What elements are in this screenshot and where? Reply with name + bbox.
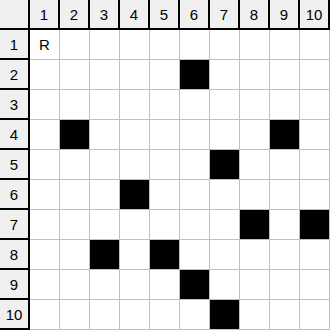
- cell-r9c3[interactable]: [90, 270, 120, 300]
- col-header-1: 1: [30, 0, 60, 30]
- cell-r1c3[interactable]: [90, 30, 120, 60]
- obstacle-cell-r7c10[interactable]: [300, 210, 330, 240]
- cell-r6c2[interactable]: [60, 180, 90, 210]
- cell-r8c4[interactable]: [120, 240, 150, 270]
- cell-r8c8[interactable]: [240, 240, 270, 270]
- obstacle-cell-r7c8[interactable]: [240, 210, 270, 240]
- cell-r3c10[interactable]: [300, 90, 330, 120]
- col-header-4: 4: [120, 0, 150, 30]
- cell-r2c7[interactable]: [210, 60, 240, 90]
- cell-r1c6[interactable]: [180, 30, 210, 60]
- cell-r7c5[interactable]: [150, 210, 180, 240]
- cell-r3c8[interactable]: [240, 90, 270, 120]
- cell-r5c4[interactable]: [120, 150, 150, 180]
- col-header-5: 5: [150, 0, 180, 30]
- cell-r2c5[interactable]: [150, 60, 180, 90]
- cell-r10c8[interactable]: [240, 300, 270, 330]
- cell-r1c9[interactable]: [270, 30, 300, 60]
- cell-r5c6[interactable]: [180, 150, 210, 180]
- cell-r4c1[interactable]: [30, 120, 60, 150]
- col-header-3: 3: [90, 0, 120, 30]
- cell-r2c8[interactable]: [240, 60, 270, 90]
- cell-r10c10[interactable]: [300, 300, 330, 330]
- cell-r1c5[interactable]: [150, 30, 180, 60]
- cell-r6c6[interactable]: [180, 180, 210, 210]
- cell-r3c7[interactable]: [210, 90, 240, 120]
- cell-r8c2[interactable]: [60, 240, 90, 270]
- row-header-8: 8: [0, 240, 30, 270]
- cell-r9c2[interactable]: [60, 270, 90, 300]
- cell-r10c6[interactable]: [180, 300, 210, 330]
- cell-r6c5[interactable]: [150, 180, 180, 210]
- cell-r8c7[interactable]: [210, 240, 240, 270]
- cell-r7c1[interactable]: [30, 210, 60, 240]
- obstacle-cell-r8c5[interactable]: [150, 240, 180, 270]
- cell-r3c9[interactable]: [270, 90, 300, 120]
- cell-r8c9[interactable]: [270, 240, 300, 270]
- cell-r8c1[interactable]: [30, 240, 60, 270]
- row-header-6: 6: [0, 180, 30, 210]
- cell-r9c7[interactable]: [210, 270, 240, 300]
- cell-r9c9[interactable]: [270, 270, 300, 300]
- row-header-10: 10: [0, 300, 30, 330]
- cell-r2c1[interactable]: [30, 60, 60, 90]
- cell-r4c4[interactable]: [120, 120, 150, 150]
- cell-r9c4[interactable]: [120, 270, 150, 300]
- cell-r7c9[interactable]: [270, 210, 300, 240]
- cell-r9c8[interactable]: [240, 270, 270, 300]
- cell-r10c4[interactable]: [120, 300, 150, 330]
- obstacle-cell-r8c3[interactable]: [90, 240, 120, 270]
- cell-r1c10[interactable]: [300, 30, 330, 60]
- corner-header-cell: [0, 0, 30, 30]
- cell-r3c3[interactable]: [90, 90, 120, 120]
- cell-r1c4[interactable]: [120, 30, 150, 60]
- cell-r6c1[interactable]: [30, 180, 60, 210]
- row-header-3: 3: [0, 90, 30, 120]
- board-grid: 123456789101R2345678910: [0, 0, 330, 330]
- cell-r4c6[interactable]: [180, 120, 210, 150]
- cell-r5c1[interactable]: [30, 150, 60, 180]
- cell-r6c9[interactable]: [270, 180, 300, 210]
- cell-r8c10[interactable]: [300, 240, 330, 270]
- row-header-9: 9: [0, 270, 30, 300]
- cell-r9c10[interactable]: [300, 270, 330, 300]
- cell-r2c9[interactable]: [270, 60, 300, 90]
- cell-r3c4[interactable]: [120, 90, 150, 120]
- cell-r6c8[interactable]: [240, 180, 270, 210]
- cell-r3c1[interactable]: [30, 90, 60, 120]
- obstacle-cell-r4c2[interactable]: [60, 120, 90, 150]
- col-header-6: 6: [180, 0, 210, 30]
- row-header-5: 5: [0, 150, 30, 180]
- cell-r1c8[interactable]: [240, 30, 270, 60]
- cell-r10c2[interactable]: [60, 300, 90, 330]
- col-header-8: 8: [240, 0, 270, 30]
- cell-r1c2[interactable]: [60, 30, 90, 60]
- cell-r5c10[interactable]: [300, 150, 330, 180]
- cell-r4c7[interactable]: [210, 120, 240, 150]
- obstacle-cell-r2c6[interactable]: [180, 60, 210, 90]
- cell-r3c5[interactable]: [150, 90, 180, 120]
- cell-r10c5[interactable]: [150, 300, 180, 330]
- cell-r6c3[interactable]: [90, 180, 120, 210]
- cell-r2c4[interactable]: [120, 60, 150, 90]
- col-header-9: 9: [270, 0, 300, 30]
- cell-r9c1[interactable]: [30, 270, 60, 300]
- cell-r10c3[interactable]: [90, 300, 120, 330]
- cell-r4c10[interactable]: [300, 120, 330, 150]
- cell-r2c2[interactable]: [60, 60, 90, 90]
- row-header-1: 1: [0, 30, 30, 60]
- cell-r4c3[interactable]: [90, 120, 120, 150]
- cell-r3c6[interactable]: [180, 90, 210, 120]
- obstacle-cell-r10c7[interactable]: [210, 300, 240, 330]
- cell-r5c9[interactable]: [270, 150, 300, 180]
- cell-r4c8[interactable]: [240, 120, 270, 150]
- col-header-10: 10: [300, 0, 330, 30]
- col-header-7: 7: [210, 0, 240, 30]
- cell-r10c1[interactable]: [30, 300, 60, 330]
- cell-r10c9[interactable]: [270, 300, 300, 330]
- cell-r1c7[interactable]: [210, 30, 240, 60]
- cell-r2c10[interactable]: [300, 60, 330, 90]
- cell-r7c3[interactable]: [90, 210, 120, 240]
- cell-r5c2[interactable]: [60, 150, 90, 180]
- row-header-4: 4: [0, 120, 30, 150]
- cell-r5c8[interactable]: [240, 150, 270, 180]
- cell-r4c5[interactable]: [150, 120, 180, 150]
- cell-r5c5[interactable]: [150, 150, 180, 180]
- obstacle-cell-r6c4[interactable]: [120, 180, 150, 210]
- cell-r7c4[interactable]: [120, 210, 150, 240]
- obstacle-cell-r5c7[interactable]: [210, 150, 240, 180]
- cell-r8c6[interactable]: [180, 240, 210, 270]
- cell-r3c2[interactable]: [60, 90, 90, 120]
- obstacle-cell-r4c9[interactable]: [270, 120, 300, 150]
- cell-r5c3[interactable]: [90, 150, 120, 180]
- cell-r2c3[interactable]: [90, 60, 120, 90]
- robot-cell-r1c1[interactable]: R: [30, 30, 60, 60]
- row-header-7: 7: [0, 210, 30, 240]
- col-header-2: 2: [60, 0, 90, 30]
- obstacle-cell-r9c6[interactable]: [180, 270, 210, 300]
- row-header-2: 2: [0, 60, 30, 90]
- cell-r7c2[interactable]: [60, 210, 90, 240]
- cell-r7c7[interactable]: [210, 210, 240, 240]
- cell-r6c10[interactable]: [300, 180, 330, 210]
- cell-r9c5[interactable]: [150, 270, 180, 300]
- cell-r7c6[interactable]: [180, 210, 210, 240]
- cell-r6c7[interactable]: [210, 180, 240, 210]
